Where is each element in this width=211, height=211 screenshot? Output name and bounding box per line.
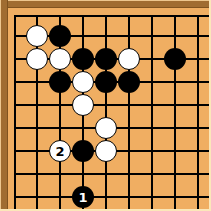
grid-line-vertical <box>151 15 153 209</box>
grid-line-vertical <box>174 15 176 209</box>
grid-line-vertical <box>197 15 199 209</box>
move-number-label: 2 <box>55 144 64 157</box>
stone-white[interactable] <box>26 48 48 70</box>
board-frame-top-edge <box>0 0 209 8</box>
stone-black[interactable] <box>95 71 117 93</box>
go-diagram: 21 <box>0 0 211 211</box>
stone-black[interactable] <box>49 25 71 47</box>
stone-white[interactable] <box>95 140 117 162</box>
stone-white[interactable] <box>49 48 71 70</box>
stone-white[interactable] <box>72 94 94 116</box>
stone-white[interactable] <box>95 117 117 139</box>
grid-line-horizontal <box>14 173 209 175</box>
stone-black[interactable] <box>49 71 71 93</box>
stone-white[interactable] <box>72 71 94 93</box>
grid-line-vertical <box>105 15 107 209</box>
stone-black[interactable] <box>118 71 140 93</box>
stone-white[interactable] <box>118 48 140 70</box>
board-frame-left-edge <box>0 0 8 209</box>
grid-line-horizontal <box>14 196 209 198</box>
grid-line-vertical <box>128 15 130 209</box>
go-board[interactable]: 21 <box>0 0 209 209</box>
stone-black[interactable] <box>164 48 186 70</box>
stone-black-move-1[interactable]: 1 <box>72 186 94 208</box>
stone-white-move-2[interactable]: 2 <box>49 140 71 162</box>
stone-black[interactable] <box>72 48 94 70</box>
stone-white[interactable] <box>26 25 48 47</box>
grid-line-horizontal <box>14 15 209 17</box>
grid-line-vertical <box>14 15 16 209</box>
move-number-label: 1 <box>78 190 87 203</box>
grid-line-horizontal <box>14 104 209 106</box>
stone-black[interactable] <box>95 48 117 70</box>
stone-black[interactable] <box>72 140 94 162</box>
